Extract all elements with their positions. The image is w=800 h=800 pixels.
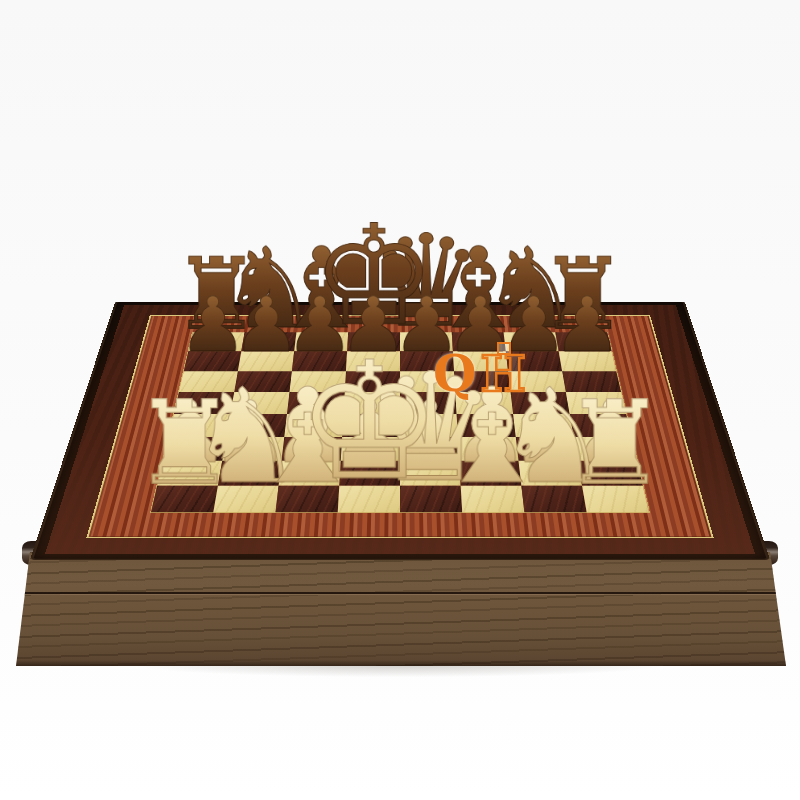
white-rook-h1[interactable]: ♜ — [528, 389, 703, 499]
square-d1[interactable]: ♚ — [338, 486, 400, 512]
box-lid-seam — [16, 592, 786, 595]
chessboard-grid: ♜♞♝♚♛♝♞♜♟♟♟♟♟♟♟♟♟♟♟♟♟♟♟♟♜♞♝♚♛♝♞♜ — [150, 332, 650, 513]
chess-box-top: ♜♞♝♚♛♝♞♜♟♟♟♟♟♟♟♟♟♟♟♟♟♟♟♟♜♞♝♚♛♝♞♜ — [30, 302, 770, 560]
board-border-strip: ♜♞♝♚♛♝♞♜♟♟♟♟♟♟♟♟♟♟♟♟♟♟♟♟♜♞♝♚♛♝♞♜ — [86, 315, 713, 538]
brand-watermark: QH — [433, 348, 543, 408]
product-photo-stage: ♜♞♝♚♛♝♞♜♟♟♟♟♟♟♟♟♟♟♟♟♟♟♟♟♜♞♝♚♛♝♞♜ QH — [0, 0, 800, 800]
watermark-stamp-icon — [497, 342, 511, 355]
board-outer-margin: ♜♞♝♚♛♝♞♜♟♟♟♟♟♟♟♟♟♟♟♟♟♟♟♟♜♞♝♚♛♝♞♜ — [45, 305, 755, 554]
white-king-d1[interactable]: ♚ — [282, 344, 457, 498]
watermark-letter-q: Q — [433, 348, 477, 400]
box-front-face — [16, 552, 786, 666]
white-rook-a1[interactable]: ♜ — [97, 389, 272, 499]
watermark-letter-h: H — [481, 348, 526, 400]
box-front-bottom-edge — [16, 660, 786, 666]
board-rim: ♜♞♝♚♛♝♞♜♟♟♟♟♟♟♟♟♟♟♟♟♟♟♟♟♜♞♝♚♛♝♞♜ — [30, 302, 770, 560]
square-h1[interactable]: ♜ — [582, 486, 649, 512]
square-a1[interactable]: ♜ — [151, 486, 218, 512]
